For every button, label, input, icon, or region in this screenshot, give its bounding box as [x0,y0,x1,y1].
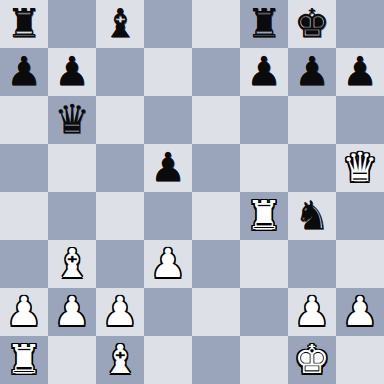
square-f8[interactable]: ♜ [240,0,288,48]
square-a6[interactable] [0,96,48,144]
square-g2[interactable]: ♟ [288,288,336,336]
square-d1[interactable] [144,336,192,384]
square-b5[interactable] [48,144,96,192]
square-h8[interactable] [336,0,384,48]
square-b3[interactable]: ♝ [48,240,96,288]
white-pawn-a2[interactable]: ♟ [6,287,42,335]
black-king-g8[interactable]: ♚ [294,0,330,47]
square-a1[interactable]: ♜ [0,336,48,384]
black-pawn-d5[interactable]: ♟ [150,143,186,191]
black-pawn-a7[interactable]: ♟ [6,47,42,95]
white-bishop-b3[interactable]: ♝ [54,239,90,287]
square-h1[interactable] [336,336,384,384]
square-e4[interactable] [192,192,240,240]
square-a3[interactable] [0,240,48,288]
square-h4[interactable] [336,192,384,240]
white-pawn-c2[interactable]: ♟ [102,287,138,335]
black-pawn-b7[interactable]: ♟ [54,47,90,95]
black-pawn-g7[interactable]: ♟ [294,47,330,95]
square-e8[interactable] [192,0,240,48]
square-b1[interactable] [48,336,96,384]
white-pawn-b2[interactable]: ♟ [54,287,90,335]
white-pawn-d3[interactable]: ♟ [150,239,186,287]
square-h2[interactable]: ♟ [336,288,384,336]
square-c8[interactable]: ♝ [96,0,144,48]
chess-board: ♜♝♜♚♟♟♟♟♟♛♟♛♜♞♝♟♟♟♟♟♟♜♝♚ [0,0,384,384]
white-bishop-c1[interactable]: ♝ [102,335,138,383]
square-c3[interactable] [96,240,144,288]
square-a4[interactable] [0,192,48,240]
square-f5[interactable] [240,144,288,192]
square-g7[interactable]: ♟ [288,48,336,96]
square-a7[interactable]: ♟ [0,48,48,96]
white-rook-f4[interactable]: ♜ [246,191,282,239]
black-rook-a8[interactable]: ♜ [6,0,42,47]
square-e2[interactable] [192,288,240,336]
square-c5[interactable] [96,144,144,192]
square-g6[interactable] [288,96,336,144]
square-e5[interactable] [192,144,240,192]
square-d4[interactable] [144,192,192,240]
black-rook-f8[interactable]: ♜ [246,0,282,47]
square-e1[interactable] [192,336,240,384]
square-a5[interactable] [0,144,48,192]
square-e7[interactable] [192,48,240,96]
square-f6[interactable] [240,96,288,144]
square-h6[interactable] [336,96,384,144]
square-f2[interactable] [240,288,288,336]
square-g1[interactable]: ♚ [288,336,336,384]
square-c2[interactable]: ♟ [96,288,144,336]
square-d2[interactable] [144,288,192,336]
white-king-g1[interactable]: ♚ [294,335,330,383]
square-d5[interactable]: ♟ [144,144,192,192]
black-pawn-f7[interactable]: ♟ [246,47,282,95]
white-pawn-h2[interactable]: ♟ [342,287,378,335]
square-g3[interactable] [288,240,336,288]
square-e3[interactable] [192,240,240,288]
square-b6[interactable]: ♛ [48,96,96,144]
white-pawn-g2[interactable]: ♟ [294,287,330,335]
black-pawn-h7[interactable]: ♟ [342,47,378,95]
square-c4[interactable] [96,192,144,240]
square-f7[interactable]: ♟ [240,48,288,96]
white-queen-h5[interactable]: ♛ [342,143,378,191]
square-a8[interactable]: ♜ [0,0,48,48]
square-g4[interactable]: ♞ [288,192,336,240]
square-f4[interactable]: ♜ [240,192,288,240]
white-rook-a1[interactable]: ♜ [6,335,42,383]
black-knight-g4[interactable]: ♞ [294,191,330,239]
square-c6[interactable] [96,96,144,144]
square-f1[interactable] [240,336,288,384]
square-a2[interactable]: ♟ [0,288,48,336]
square-d7[interactable] [144,48,192,96]
square-b4[interactable] [48,192,96,240]
square-h5[interactable]: ♛ [336,144,384,192]
square-c1[interactable]: ♝ [96,336,144,384]
black-queen-b6[interactable]: ♛ [54,95,90,143]
square-e6[interactable] [192,96,240,144]
square-b8[interactable] [48,0,96,48]
square-g5[interactable] [288,144,336,192]
square-d6[interactable] [144,96,192,144]
square-d8[interactable] [144,0,192,48]
square-b2[interactable]: ♟ [48,288,96,336]
square-h7[interactable]: ♟ [336,48,384,96]
square-g8[interactable]: ♚ [288,0,336,48]
square-b7[interactable]: ♟ [48,48,96,96]
square-h3[interactable] [336,240,384,288]
square-d3[interactable]: ♟ [144,240,192,288]
square-f3[interactable] [240,240,288,288]
square-c7[interactable] [96,48,144,96]
black-bishop-c8[interactable]: ♝ [102,0,138,47]
